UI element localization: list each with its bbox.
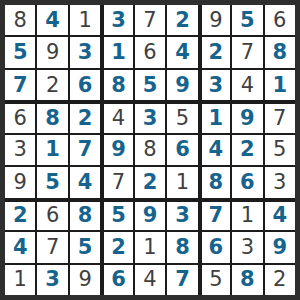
given-digit: 5 — [176, 108, 189, 129]
entered-digit: 7 — [13, 75, 28, 96]
cell-r5c6[interactable]: 6 — [167, 135, 197, 165]
cell-r1c8[interactable]: 5 — [232, 5, 262, 35]
entered-digit: 2 — [240, 139, 255, 160]
entered-digit: 2 — [78, 108, 93, 129]
given-digit: 7 — [273, 108, 286, 129]
given-digit: 7 — [46, 237, 59, 258]
cell-r2c3[interactable]: 3 — [70, 37, 100, 67]
entered-digit: 1 — [111, 42, 126, 63]
given-digit: 3 — [273, 172, 286, 193]
entered-digit: 9 — [143, 205, 158, 226]
cell-r8c3[interactable]: 5 — [70, 232, 100, 262]
cell-r5c4[interactable]: 9 — [102, 135, 132, 165]
entered-digit: 3 — [143, 108, 158, 129]
given-digit: 9 — [46, 42, 59, 63]
cell-r7c6[interactable]: 3 — [167, 200, 197, 230]
entered-digit: 1 — [209, 108, 224, 129]
entered-digit: 1 — [272, 75, 287, 96]
cell-r9c8[interactable]: 8 — [232, 265, 262, 295]
cell-r1c6[interactable]: 2 — [167, 5, 197, 35]
cell-r4c2[interactable]: 8 — [37, 102, 67, 132]
cell-r3c7[interactable]: 3 — [200, 70, 230, 100]
cell-r4c3[interactable]: 2 — [70, 102, 100, 132]
entered-digit: 4 — [45, 10, 60, 31]
given-digit: 3 — [14, 139, 27, 160]
entered-digit: 4 — [272, 205, 287, 226]
cell-r3c8[interactable]: 4 — [232, 70, 262, 100]
cell-r6c7[interactable]: 8 — [200, 167, 230, 197]
entered-digit: 8 — [272, 42, 287, 63]
entered-digit: 6 — [78, 75, 93, 96]
cell-r7c5[interactable]: 9 — [135, 200, 165, 230]
entered-digit: 2 — [13, 205, 28, 226]
cell-r3c4[interactable]: 8 — [102, 70, 132, 100]
entered-digit: 9 — [111, 139, 126, 160]
given-digit: 7 — [143, 10, 156, 31]
entered-digit: 6 — [175, 139, 190, 160]
cell-r4c8[interactable]: 9 — [232, 102, 262, 132]
given-digit: 9 — [209, 10, 222, 31]
given-digit: 1 — [143, 237, 156, 258]
cell-r1c1[interactable]: 8 — [5, 5, 35, 35]
cell-r6c5[interactable]: 2 — [135, 167, 165, 197]
given-digit: 1 — [176, 172, 189, 193]
cell-r3c2[interactable]: 2 — [37, 70, 67, 100]
entered-digit: 4 — [175, 42, 190, 63]
cell-r2c1[interactable]: 5 — [5, 37, 35, 67]
entered-digit: 4 — [78, 172, 93, 193]
given-digit: 7 — [241, 42, 254, 63]
entered-digit: 5 — [45, 172, 60, 193]
given-digit: 8 — [143, 139, 156, 160]
entered-digit: 9 — [272, 237, 287, 258]
cell-r4c9[interactable]: 7 — [265, 102, 295, 132]
cell-r1c7[interactable]: 9 — [200, 5, 230, 35]
cell-r2c2[interactable]: 9 — [37, 37, 67, 67]
entered-digit: 9 — [240, 108, 255, 129]
cell-r7c3[interactable]: 8 — [70, 200, 100, 230]
cell-r1c4[interactable]: 3 — [102, 5, 132, 35]
given-digit: 1 — [14, 269, 27, 290]
entered-digit: 5 — [143, 75, 158, 96]
entered-digit: 3 — [175, 205, 190, 226]
given-digit: 7 — [112, 172, 125, 193]
entered-digit: 4 — [13, 237, 28, 258]
cell-r6c6[interactable]: 1 — [167, 167, 197, 197]
entered-digit: 3 — [209, 75, 224, 96]
cell-r1c9[interactable]: 6 — [265, 5, 295, 35]
cell-r5c7[interactable]: 4 — [200, 135, 230, 165]
given-digit: 4 — [143, 269, 156, 290]
cell-r5c1[interactable]: 3 — [5, 135, 35, 165]
cell-r3c5[interactable]: 5 — [135, 70, 165, 100]
cell-r8c6[interactable]: 8 — [167, 232, 197, 262]
cell-r4c7[interactable]: 1 — [200, 102, 230, 132]
entered-digit: 5 — [13, 42, 28, 63]
given-digit: 1 — [241, 205, 254, 226]
cell-r9c9[interactable]: 2 — [265, 265, 295, 295]
cell-r5c9[interactable]: 5 — [265, 135, 295, 165]
entered-digit: 3 — [111, 10, 126, 31]
given-digit: 2 — [273, 269, 286, 290]
entered-digit: 2 — [111, 237, 126, 258]
cell-r8c1[interactable]: 4 — [5, 232, 35, 262]
cell-r7c1[interactable]: 2 — [5, 200, 35, 230]
cell-r2c8[interactable]: 7 — [232, 37, 262, 67]
given-digit: 4 — [241, 75, 254, 96]
cell-r8c2[interactable]: 7 — [37, 232, 67, 262]
cell-r9c6[interactable]: 7 — [167, 265, 197, 295]
entered-digit: 8 — [240, 269, 255, 290]
entered-digit: 6 — [111, 269, 126, 290]
entered-digit: 8 — [45, 108, 60, 129]
cell-r4c4[interactable]: 4 — [102, 102, 132, 132]
entered-digit: 3 — [45, 269, 60, 290]
given-digit: 6 — [273, 10, 286, 31]
entered-digit: 8 — [175, 237, 190, 258]
entered-digit: 1 — [45, 139, 60, 160]
entered-digit: 5 — [240, 10, 255, 31]
cell-r6c8[interactable]: 6 — [232, 167, 262, 197]
cell-r7c4[interactable]: 5 — [102, 200, 132, 230]
entered-digit: 5 — [111, 205, 126, 226]
cell-r3c3[interactable]: 6 — [70, 70, 100, 100]
cell-r8c4[interactable]: 2 — [102, 232, 132, 262]
cell-r9c7[interactable]: 5 — [200, 265, 230, 295]
given-digit: 9 — [78, 269, 91, 290]
cell-r2c5[interactable]: 6 — [135, 37, 165, 67]
cell-r7c8[interactable]: 1 — [232, 200, 262, 230]
entered-digit: 3 — [78, 42, 93, 63]
entered-digit: 8 — [111, 75, 126, 96]
given-digit: 5 — [273, 139, 286, 160]
cell-r3c9[interactable]: 1 — [265, 70, 295, 100]
cell-r2c4[interactable]: 1 — [102, 37, 132, 67]
cell-r1c3[interactable]: 1 — [70, 5, 100, 35]
entered-digit: 2 — [143, 172, 158, 193]
cell-r6c4[interactable]: 7 — [102, 167, 132, 197]
cell-r9c1[interactable]: 1 — [5, 265, 35, 295]
cell-r2c9[interactable]: 8 — [265, 37, 295, 67]
given-digit: 5 — [209, 269, 222, 290]
given-digit: 9 — [14, 172, 27, 193]
given-digit: 2 — [46, 75, 59, 96]
entered-digit: 9 — [175, 75, 190, 96]
cell-r9c2[interactable]: 3 — [37, 265, 67, 295]
entered-digit: 6 — [209, 237, 224, 258]
cell-r1c2[interactable]: 4 — [37, 5, 67, 35]
cell-r7c7[interactable]: 7 — [200, 200, 230, 230]
cell-r4c6[interactable]: 5 — [167, 102, 197, 132]
cell-r6c1[interactable]: 9 — [5, 167, 35, 197]
entered-digit: 8 — [78, 205, 93, 226]
entered-digit: 4 — [209, 139, 224, 160]
cell-r9c3[interactable]: 9 — [70, 265, 100, 295]
entered-digit: 7 — [78, 139, 93, 160]
entered-digit: 7 — [209, 205, 224, 226]
cell-r6c3[interactable]: 4 — [70, 167, 100, 197]
given-digit: 6 — [143, 42, 156, 63]
cell-r5c5[interactable]: 8 — [135, 135, 165, 165]
cell-r2c6[interactable]: 4 — [167, 37, 197, 67]
given-digit: 4 — [112, 108, 125, 129]
given-digit: 8 — [14, 10, 27, 31]
cell-r8c8[interactable]: 3 — [232, 232, 262, 262]
entered-digit: 2 — [175, 10, 190, 31]
cell-r8c7[interactable]: 6 — [200, 232, 230, 262]
cell-r7c9[interactable]: 4 — [265, 200, 295, 230]
given-digit: 1 — [78, 10, 91, 31]
cell-r9c4[interactable]: 6 — [102, 265, 132, 295]
cell-r5c8[interactable]: 2 — [232, 135, 262, 165]
cell-r9c5[interactable]: 4 — [135, 265, 165, 295]
entered-digit: 5 — [78, 237, 93, 258]
entered-digit: 7 — [175, 269, 190, 290]
cell-r4c5[interactable]: 3 — [135, 102, 165, 132]
cell-r2c7[interactable]: 2 — [200, 37, 230, 67]
entered-digit: 8 — [209, 172, 224, 193]
cell-r6c2[interactable]: 5 — [37, 167, 67, 197]
entered-digit: 6 — [240, 172, 255, 193]
cell-r3c1[interactable]: 7 — [5, 70, 35, 100]
cell-r8c9[interactable]: 9 — [265, 232, 295, 262]
cell-r5c2[interactable]: 1 — [37, 135, 67, 165]
given-digit: 3 — [241, 237, 254, 258]
cell-r7c2[interactable]: 6 — [37, 200, 67, 230]
cell-r3c6[interactable]: 9 — [167, 70, 197, 100]
cell-r8c5[interactable]: 1 — [135, 232, 165, 262]
given-digit: 6 — [14, 108, 27, 129]
given-digit: 6 — [46, 205, 59, 226]
sudoku-board: 8413729565931642787268593416824351973179… — [0, 0, 300, 300]
cell-r4c1[interactable]: 6 — [5, 102, 35, 132]
cell-r1c5[interactable]: 7 — [135, 5, 165, 35]
cell-r6c9[interactable]: 3 — [265, 167, 295, 197]
entered-digit: 2 — [209, 42, 224, 63]
cell-r5c3[interactable]: 7 — [70, 135, 100, 165]
